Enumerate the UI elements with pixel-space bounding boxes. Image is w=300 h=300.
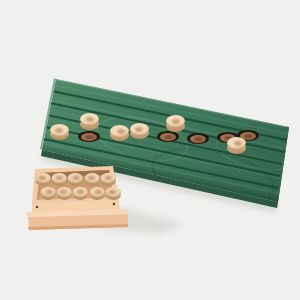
tray-disc bbox=[101, 173, 116, 186]
disc-number-stamp bbox=[45, 189, 52, 193]
disc-number-stamp bbox=[56, 175, 63, 179]
screw-dot-left bbox=[36, 206, 39, 209]
storage-tray bbox=[0, 0, 300, 300]
tray-disc bbox=[40, 187, 55, 200]
tray-disc bbox=[52, 173, 67, 186]
disc-number-stamp bbox=[38, 175, 45, 179]
tray-disc bbox=[84, 173, 99, 186]
tray-disc bbox=[57, 187, 72, 200]
tray-disc bbox=[73, 187, 88, 200]
tray-disc bbox=[106, 187, 121, 200]
product-photo-wooden-toss-game bbox=[0, 0, 300, 300]
tray-disc bbox=[68, 173, 83, 186]
disc-number-stamp bbox=[95, 189, 102, 193]
tray-disc-grid bbox=[32, 172, 124, 200]
disc-number-stamp bbox=[87, 175, 94, 179]
tray-disc bbox=[35, 173, 50, 186]
disc-number-stamp bbox=[60, 189, 67, 193]
tray-disc bbox=[90, 187, 105, 200]
screw-dot-right bbox=[113, 203, 116, 206]
